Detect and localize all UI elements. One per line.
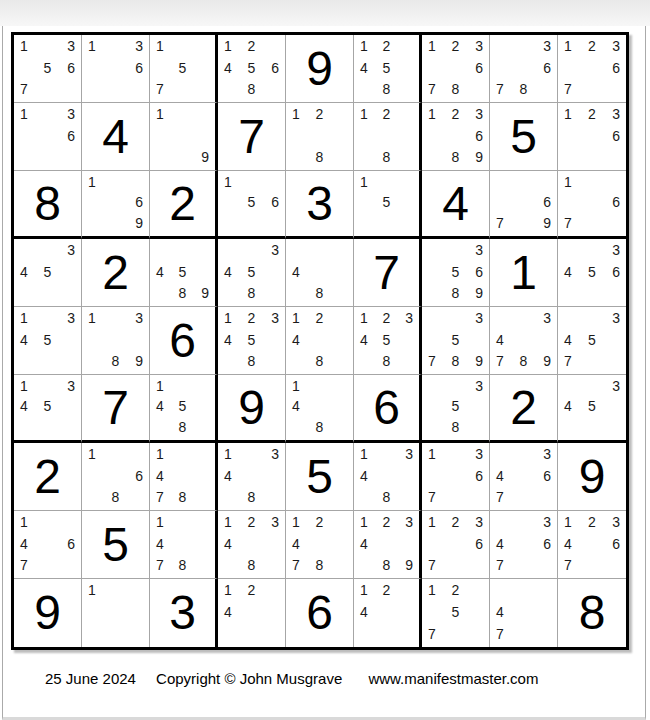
pencil-mark: 3 [601, 311, 620, 330]
pencil-mark: 3 [261, 243, 279, 262]
cell-r2c1[interactable]: 136 [14, 103, 82, 171]
pencil-mark: 7 [496, 77, 514, 96]
pencil-mark: 2 [378, 515, 396, 534]
pencil-marks: 123489 [354, 511, 419, 578]
window-titlebar [0, 0, 650, 26]
pencil-mark: 4 [496, 534, 514, 553]
pencil-mark: 1 [292, 107, 310, 126]
pencil-mark: 1 [20, 39, 38, 58]
cell-value: 8 [579, 589, 606, 637]
pencil-mark: 2 [242, 311, 260, 330]
pencil-marks: 128 [354, 103, 419, 170]
pencil-mark: 2 [446, 39, 464, 58]
pencil-marks: 128 [286, 103, 353, 170]
pencil-mark: 8 [174, 485, 192, 504]
pencil-mark: 3 [395, 515, 413, 534]
pencil-mark: 7 [428, 349, 446, 368]
pencil-mark: 5 [583, 262, 602, 281]
pencil-marks: 35789 [422, 307, 489, 374]
cell-r5c1[interactable]: 1345 [14, 307, 82, 375]
pencil-mark: 3 [465, 39, 483, 58]
pencil-mark: 1 [156, 447, 174, 466]
pencil-mark: 3 [533, 39, 551, 58]
pencil-mark: 4 [20, 330, 38, 349]
cell-r5c5[interactable]: 1248 [286, 307, 354, 375]
cell-r8c4[interactable]: 12348 [218, 511, 286, 579]
cell-r8c9[interactable]: 123467 [558, 511, 626, 579]
pencil-mark: 3 [261, 515, 279, 534]
pencil-mark: 6 [465, 58, 483, 77]
cell-r1c1[interactable]: 13567 [14, 35, 82, 103]
pencil-mark: 7 [428, 485, 446, 504]
pencil-mark: 8 [446, 281, 464, 300]
pencil-marks: 1367 [422, 443, 489, 510]
cell-r1c4[interactable]: 124568 [218, 35, 286, 103]
pencil-mark: 8 [310, 416, 328, 434]
pencil-mark: 4 [360, 58, 378, 77]
pencil-marks: 1389 [82, 307, 149, 374]
cell-value: 4 [102, 113, 129, 161]
pencil-mark: 4 [496, 330, 514, 349]
pencil-mark: 4 [564, 397, 583, 415]
pencil-mark: 3 [57, 39, 75, 58]
cell-r9c2[interactable]: 1 [82, 579, 150, 647]
cell-r3c1[interactable]: 8 [14, 171, 82, 239]
cell-r1c3[interactable]: 157 [150, 35, 218, 103]
pencil-mark: 1 [88, 175, 106, 193]
cell-r7c8[interactable]: 3467 [490, 443, 558, 511]
pencil-mark: 9 [533, 212, 551, 230]
pencil-mark: 7 [20, 553, 38, 572]
pencil-mark: 1 [292, 379, 310, 397]
pencil-marks: 12458 [354, 35, 419, 102]
pencil-mark: 6 [261, 193, 279, 211]
cell-r6c5[interactable]: 148 [286, 375, 354, 443]
cell-r1c2[interactable]: 136 [82, 35, 150, 103]
cell-value: 6 [169, 317, 196, 365]
pencil-mark: 1 [224, 175, 242, 193]
cell-value: 7 [373, 249, 400, 297]
pencil-mark: 2 [242, 583, 260, 602]
pencil-mark: 7 [564, 212, 583, 230]
cell-r3c5[interactable]: 3 [286, 171, 354, 239]
pencil-mark: 4 [224, 534, 242, 553]
cell-value: 2 [102, 249, 129, 297]
pencil-mark: 7 [292, 553, 310, 572]
cell-r2c8[interactable]: 5 [490, 103, 558, 171]
cell-value: 2 [34, 453, 61, 501]
pencil-mark: 5 [38, 58, 56, 77]
cell-r6c6[interactable]: 6 [354, 375, 422, 443]
pencil-mark: 3 [261, 447, 279, 466]
pencil-mark: 1 [360, 515, 378, 534]
pencil-mark: 3 [601, 107, 620, 126]
cell-r5c9[interactable]: 3457 [558, 307, 626, 375]
pencil-mark: 4 [360, 466, 378, 485]
pencil-mark: 6 [465, 534, 483, 553]
pencil-marks: 3457 [558, 307, 626, 374]
pencil-mark: 1 [360, 447, 378, 466]
pencil-mark: 4 [292, 534, 310, 553]
cell-r3c3[interactable]: 2 [150, 171, 218, 239]
pencil-mark: 8 [446, 145, 464, 164]
pencil-mark: 8 [242, 485, 260, 504]
cell-r1c8[interactable]: 3678 [490, 35, 558, 103]
cell-r5c8[interactable]: 34789 [490, 307, 558, 375]
pencil-mark: 8 [242, 281, 260, 300]
pencil-marks: 3678 [490, 35, 557, 102]
pencil-mark: 7 [496, 553, 514, 572]
pencil-mark: 3 [465, 311, 483, 330]
pencil-marks: 136 [14, 103, 81, 170]
pencil-mark: 8 [446, 349, 464, 368]
pencil-mark: 8 [310, 145, 328, 164]
cell-r7c6[interactable]: 1348 [354, 443, 422, 511]
pencil-mark: 3 [57, 311, 75, 330]
cell-r4c3[interactable]: 4589 [150, 239, 218, 307]
pencil-mark: 8 [174, 416, 192, 434]
pencil-mark: 6 [125, 58, 143, 77]
puzzle-page: 1356713615712456891245812367836781236713… [2, 26, 646, 720]
cell-r9c9[interactable]: 8 [558, 579, 626, 647]
pencil-mark: 3 [465, 515, 483, 534]
pencil-mark: 5 [38, 262, 56, 281]
pencil-marks: 4589 [150, 239, 215, 306]
pencil-mark: 2 [242, 515, 260, 534]
pencil-mark: 1 [360, 175, 378, 193]
pencil-mark: 6 [533, 466, 551, 485]
pencil-marks: 3458 [218, 239, 285, 306]
cell-r4c1[interactable]: 345 [14, 239, 82, 307]
pencil-mark: 7 [156, 77, 174, 96]
pencil-mark: 4 [224, 602, 242, 621]
pencil-mark: 6 [465, 126, 483, 145]
pencil-marks: 3467 [490, 443, 557, 510]
cell-r2c4[interactable]: 7 [218, 103, 286, 171]
cell-r6c7[interactable]: 358 [422, 375, 490, 443]
cell-value: 9 [238, 384, 265, 432]
cell-value: 5 [306, 453, 333, 501]
pencil-mark: 9 [191, 281, 209, 300]
pencil-mark: 3 [533, 515, 551, 534]
cell-r5c4[interactable]: 123458 [218, 307, 286, 375]
pencil-marks: 167 [558, 171, 626, 236]
cell-r9c4[interactable]: 124 [218, 579, 286, 647]
pencil-marks: 3456 [558, 239, 626, 306]
pencil-mark: 6 [601, 58, 620, 77]
cell-r6c3[interactable]: 1458 [150, 375, 218, 443]
pencil-mark: 1 [360, 311, 378, 330]
pencil-marks: 148 [286, 375, 353, 440]
pencil-marks: 47 [490, 579, 557, 647]
pencil-mark: 4 [156, 397, 174, 415]
pencil-mark: 6 [57, 126, 75, 145]
cell-r8c2[interactable]: 5 [82, 511, 150, 579]
pencil-mark: 4 [360, 330, 378, 349]
pencil-mark: 4 [20, 262, 38, 281]
cell-r5c3[interactable]: 6 [150, 307, 218, 375]
pencil-mark: 5 [242, 262, 260, 281]
cell-r8c6[interactable]: 123489 [354, 511, 422, 579]
pencil-marks: 345 [558, 375, 626, 440]
pencil-mark: 4 [360, 534, 378, 553]
pencil-mark: 1 [428, 447, 446, 466]
pencil-marks: 19 [150, 103, 215, 170]
pencil-mark: 2 [242, 39, 260, 58]
pencil-mark: 7 [496, 212, 514, 230]
pencil-mark: 6 [601, 193, 620, 211]
pencil-marks: 35689 [422, 239, 489, 306]
pencil-mark: 2 [310, 311, 328, 330]
pencil-mark: 9 [465, 145, 483, 164]
cell-r3c2[interactable]: 169 [82, 171, 150, 239]
pencil-mark: 2 [446, 515, 464, 534]
pencil-mark: 1 [156, 39, 174, 58]
sudoku-board: 1356713615712456891245812367836781236713… [11, 32, 629, 650]
cell-r2c9[interactable]: 1236 [558, 103, 626, 171]
pencil-marks: 12367 [558, 35, 626, 102]
cell-r9c1[interactable]: 9 [14, 579, 82, 647]
pencil-marks: 123678 [422, 35, 489, 102]
cell-r2c6[interactable]: 128 [354, 103, 422, 171]
pencil-mark: 1 [156, 379, 174, 397]
cell-r3c4[interactable]: 156 [218, 171, 286, 239]
pencil-mark: 9 [465, 349, 483, 368]
pencil-marks: 1467 [14, 511, 81, 578]
pencil-mark: 3 [533, 311, 551, 330]
pencil-mark: 1 [360, 583, 378, 602]
pencil-mark: 8 [378, 349, 396, 368]
cell-value: 7 [238, 113, 265, 161]
pencil-mark: 8 [378, 553, 396, 572]
cell-r1c9[interactable]: 12367 [558, 35, 626, 103]
pencil-mark: 2 [583, 515, 602, 534]
cell-r8c1[interactable]: 1467 [14, 511, 82, 579]
pencil-mark: 1 [20, 107, 38, 126]
cell-r9c6[interactable]: 124 [354, 579, 422, 647]
cell-value: 2 [510, 384, 537, 432]
pencil-mark: 1 [88, 311, 106, 330]
pencil-mark: 5 [378, 330, 396, 349]
pencil-marks: 48 [286, 239, 353, 306]
pencil-marks: 1348 [354, 443, 419, 510]
cell-r8c3[interactable]: 1478 [150, 511, 218, 579]
pencil-mark: 6 [57, 58, 75, 77]
cell-r6c1[interactable]: 1345 [14, 375, 82, 443]
pencil-marks: 15 [354, 171, 419, 236]
pencil-mark: 3 [57, 107, 75, 126]
pencil-mark: 8 [446, 77, 464, 96]
pencil-mark: 1 [428, 107, 446, 126]
cell-r2c7[interactable]: 123689 [422, 103, 490, 171]
pencil-marks: 157 [150, 35, 215, 102]
pencil-mark: 3 [465, 379, 483, 397]
pencil-mark: 3 [465, 107, 483, 126]
pencil-mark: 9 [125, 212, 143, 230]
pencil-mark: 2 [583, 107, 602, 126]
pencil-mark: 5 [378, 193, 396, 211]
pencil-mark: 1 [20, 379, 38, 397]
pencil-marks: 1345 [14, 375, 81, 440]
pencil-mark: 9 [395, 553, 413, 572]
pencil-mark: 3 [601, 379, 620, 397]
cell-r5c6[interactable]: 123458 [354, 307, 422, 375]
cell-r7c3[interactable]: 1478 [150, 443, 218, 511]
cell-r3c8[interactable]: 679 [490, 171, 558, 239]
pencil-mark: 6 [533, 58, 551, 77]
pencil-mark: 3 [125, 311, 143, 330]
pencil-mark: 5 [446, 397, 464, 415]
pencil-mark: 8 [310, 281, 328, 300]
pencil-mark: 1 [224, 311, 242, 330]
pencil-mark: 8 [174, 553, 192, 572]
pencil-mark: 4 [564, 534, 583, 553]
cell-r9c7[interactable]: 1257 [422, 579, 490, 647]
pencil-mark: 4 [156, 534, 174, 553]
pencil-mark: 8 [242, 553, 260, 572]
cell-r6c9[interactable]: 345 [558, 375, 626, 443]
cell-value: 9 [34, 589, 61, 637]
pencil-mark: 1 [88, 39, 106, 58]
pencil-mark: 8 [378, 77, 396, 96]
cell-r4c4[interactable]: 3458 [218, 239, 286, 307]
pencil-mark: 3 [465, 447, 483, 466]
pencil-mark: 5 [242, 193, 260, 211]
pencil-mark: 4 [156, 262, 174, 281]
cell-r2c3[interactable]: 19 [150, 103, 218, 171]
pencil-mark: 2 [378, 311, 396, 330]
cell-value: 8 [34, 180, 61, 228]
cell-r7c9[interactable]: 9 [558, 443, 626, 511]
pencil-mark: 1 [224, 39, 242, 58]
cell-r2c5[interactable]: 128 [286, 103, 354, 171]
cell-value: 9 [579, 453, 606, 501]
cell-r3c9[interactable]: 167 [558, 171, 626, 239]
pencil-mark: 4 [496, 466, 514, 485]
cell-r2c2[interactable]: 4 [82, 103, 150, 171]
pencil-marks: 124568 [218, 35, 285, 102]
cell-r3c7[interactable]: 4 [422, 171, 490, 239]
cell-r1c7[interactable]: 123678 [422, 35, 490, 103]
pencil-mark: 3 [465, 243, 483, 262]
pencil-marks: 123458 [354, 307, 419, 374]
pencil-mark: 5 [583, 397, 602, 415]
pencil-mark: 8 [174, 281, 192, 300]
pencil-mark: 3 [395, 311, 413, 330]
pencil-mark: 1 [224, 515, 242, 534]
pencil-mark: 2 [310, 515, 328, 534]
pencil-marks: 1478 [150, 511, 215, 578]
pencil-mark: 6 [533, 193, 551, 211]
pencil-mark: 8 [378, 145, 396, 164]
pencil-mark: 5 [242, 58, 260, 77]
cell-r9c8[interactable]: 47 [490, 579, 558, 647]
pencil-mark: 7 [20, 77, 38, 96]
pencil-mark: 2 [378, 107, 396, 126]
pencil-mark: 4 [224, 262, 242, 281]
pencil-marks: 1478 [150, 443, 215, 510]
cell-r4c5[interactable]: 48 [286, 239, 354, 307]
pencil-mark: 6 [601, 126, 620, 145]
pencil-marks: 124 [218, 579, 285, 647]
pencil-mark: 4 [20, 397, 38, 415]
cell-r6c8[interactable]: 2 [490, 375, 558, 443]
cell-r9c3[interactable]: 3 [150, 579, 218, 647]
cell-r4c2[interactable]: 2 [82, 239, 150, 307]
pencil-mark: 3 [125, 39, 143, 58]
pencil-mark: 4 [564, 262, 583, 281]
cell-r4c9[interactable]: 3456 [558, 239, 626, 307]
cell-value: 6 [306, 589, 333, 637]
pencil-marks: 169 [82, 171, 149, 236]
cell-r7c1[interactable]: 2 [14, 443, 82, 511]
page-footer: 25 June 2024 Copyright © John Musgrave w… [45, 670, 538, 687]
website-link[interactable]: www.manifestmaster.com [368, 670, 538, 687]
cell-r4c7[interactable]: 35689 [422, 239, 490, 307]
pencil-marks: 156 [218, 171, 285, 236]
cell-r8c7[interactable]: 12367 [422, 511, 490, 579]
pencil-mark: 8 [242, 349, 260, 368]
pencil-mark: 1 [20, 515, 38, 534]
cell-r9c5[interactable]: 6 [286, 579, 354, 647]
pencil-mark: 1 [428, 39, 446, 58]
cell-r1c6[interactable]: 12458 [354, 35, 422, 103]
cell-r5c7[interactable]: 35789 [422, 307, 490, 375]
cell-r7c7[interactable]: 1367 [422, 443, 490, 511]
pencil-mark: 1 [88, 447, 106, 466]
cell-r4c6[interactable]: 7 [354, 239, 422, 307]
pencil-mark: 5 [38, 397, 56, 415]
pencil-mark: 5 [174, 397, 192, 415]
pencil-mark: 3 [395, 447, 413, 466]
cell-r6c2[interactable]: 7 [82, 375, 150, 443]
pencil-mark: 3 [601, 243, 620, 262]
pencil-marks: 168 [82, 443, 149, 510]
cell-value: 4 [442, 180, 469, 228]
pencil-mark: 1 [360, 107, 378, 126]
pencil-mark: 3 [601, 39, 620, 58]
pencil-mark: 7 [564, 77, 583, 96]
pencil-mark: 2 [310, 107, 328, 126]
pencil-mark: 8 [514, 77, 532, 96]
pencil-mark: 4 [496, 602, 514, 621]
pencil-mark: 1 [156, 107, 174, 126]
cell-r7c2[interactable]: 168 [82, 443, 150, 511]
pencil-mark: 3 [601, 515, 620, 534]
cell-r7c4[interactable]: 1348 [218, 443, 286, 511]
cell-r4c8[interactable]: 1 [490, 239, 558, 307]
pencil-mark: 4 [292, 262, 310, 281]
cell-r8c8[interactable]: 3467 [490, 511, 558, 579]
cell-value: 9 [306, 45, 333, 93]
pencil-mark: 6 [57, 534, 75, 553]
cell-r5c2[interactable]: 1389 [82, 307, 150, 375]
cell-r6c4[interactable]: 9 [218, 375, 286, 443]
cell-r3c6[interactable]: 15 [354, 171, 422, 239]
pencil-mark: 6 [125, 466, 143, 485]
pencil-mark: 2 [446, 107, 464, 126]
pencil-mark: 5 [242, 330, 260, 349]
cell-value: 5 [510, 113, 537, 161]
pencil-marks: 1257 [422, 579, 489, 647]
cell-r1c5[interactable]: 9 [286, 35, 354, 103]
pencil-mark: 8 [514, 349, 532, 368]
pencil-mark: 1 [564, 175, 583, 193]
pencil-mark: 5 [174, 58, 192, 77]
cell-r7c5[interactable]: 5 [286, 443, 354, 511]
pencil-mark: 8 [242, 77, 260, 96]
cell-r8c5[interactable]: 12478 [286, 511, 354, 579]
